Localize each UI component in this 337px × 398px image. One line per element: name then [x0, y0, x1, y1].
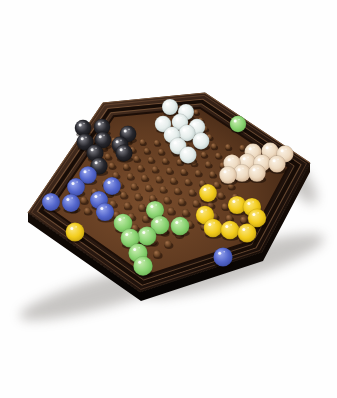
specular-highlight — [95, 161, 98, 164]
specular-highlight-small — [138, 247, 140, 249]
specular-highlight-small — [208, 187, 210, 189]
specular-highlight-small — [247, 227, 249, 229]
board-hole — [153, 250, 160, 257]
specular-highlight — [100, 207, 103, 210]
specular-highlight — [46, 197, 49, 200]
specular-highlight — [118, 218, 121, 221]
board-hole — [166, 167, 172, 173]
specular-highlight — [247, 202, 250, 205]
specular-highlight — [81, 137, 84, 140]
specular-highlight — [232, 200, 235, 203]
specular-highlight — [159, 119, 162, 122]
specular-highlight — [155, 220, 158, 223]
specular-highlight — [200, 210, 203, 213]
specular-highlight-small — [75, 226, 77, 228]
specular-highlight-small — [252, 201, 254, 203]
board-hole — [174, 187, 180, 193]
specular-highlight — [120, 148, 123, 151]
specular-highlight — [243, 157, 246, 160]
board-hole — [181, 169, 187, 175]
specular-highlight-small — [238, 119, 240, 121]
marble-blue — [42, 193, 61, 212]
board-hole — [218, 192, 224, 198]
specular-highlight — [224, 170, 227, 173]
specular-highlight-small — [232, 158, 234, 160]
specular-highlight — [176, 117, 179, 120]
board-hole — [135, 193, 142, 200]
specular-highlight — [116, 140, 119, 143]
specular-highlight-small — [130, 232, 132, 234]
specular-highlight-small — [71, 197, 73, 199]
specular-highlight-small — [186, 107, 188, 109]
marble-yellow — [199, 184, 217, 203]
specular-highlight-small — [205, 209, 207, 211]
marble-peach — [248, 164, 266, 183]
specular-highlight — [228, 158, 231, 161]
specular-highlight — [184, 150, 187, 153]
specular-highlight — [266, 146, 269, 149]
specular-highlight — [273, 159, 276, 162]
board-hole — [80, 197, 87, 204]
board-hole — [222, 203, 229, 210]
specular-highlight-small — [180, 220, 182, 222]
specular-highlight-small — [237, 199, 239, 201]
specular-highlight-small — [143, 260, 145, 262]
marble-blue — [96, 203, 115, 223]
specular-highlight-small — [170, 102, 172, 104]
specular-highlight-small — [257, 167, 259, 169]
specular-highlight-small — [155, 204, 157, 206]
board-hole — [123, 164, 129, 170]
board-hole — [124, 202, 131, 209]
specular-highlight — [175, 221, 178, 224]
board-hole — [84, 207, 91, 214]
specular-highlight-small — [201, 136, 203, 138]
specular-highlight-small — [103, 135, 105, 137]
board-hole — [149, 195, 156, 202]
board-hole — [170, 177, 176, 183]
marble-peach — [268, 155, 286, 174]
board-hole — [189, 189, 195, 195]
board-hole — [195, 170, 201, 176]
specular-highlight-small — [285, 149, 287, 151]
specular-highlight — [166, 103, 169, 106]
specular-highlight-small — [230, 224, 232, 226]
board-hole — [164, 240, 171, 247]
marble-yellow — [221, 221, 240, 241]
board-hole — [145, 184, 151, 190]
specular-highlight — [258, 158, 261, 161]
specular-highlight-small — [51, 196, 53, 198]
specular-highlight-small — [160, 219, 162, 221]
specular-highlight — [98, 122, 101, 125]
board-hole — [226, 215, 233, 222]
product-photo — [0, 0, 337, 398]
board-hole — [215, 153, 221, 159]
specular-highlight — [72, 182, 75, 185]
marble-black — [116, 145, 134, 163]
marble-peach — [219, 166, 237, 185]
specular-highlight-small — [95, 148, 97, 150]
specular-highlight — [193, 122, 196, 125]
board-hole — [182, 209, 189, 216]
board-hole — [154, 140, 160, 146]
specular-highlight — [208, 223, 211, 226]
specular-highlight-small — [123, 217, 125, 219]
board-hole — [148, 157, 154, 163]
board-hole — [105, 153, 111, 159]
specular-highlight — [249, 147, 252, 150]
specular-highlight — [168, 130, 171, 133]
specular-highlight — [142, 231, 145, 234]
specular-highlight — [91, 148, 94, 151]
board-hole — [109, 162, 115, 168]
specular-highlight-small — [270, 146, 272, 148]
specular-highlight-small — [147, 230, 149, 232]
marble-white — [162, 99, 179, 116]
specular-highlight-small — [120, 140, 122, 142]
specular-highlight-small — [102, 122, 104, 124]
specular-highlight — [125, 233, 128, 236]
specular-highlight — [182, 107, 185, 110]
chinese-checkers-board — [0, 0, 337, 398]
specular-highlight-small — [172, 130, 174, 132]
marble-white — [193, 133, 210, 151]
specular-highlight — [84, 170, 87, 173]
specular-highlight-small — [99, 161, 101, 163]
board-hole — [134, 156, 140, 162]
board-hole — [156, 176, 162, 182]
board-hole — [211, 143, 217, 149]
marble-white — [180, 147, 198, 165]
specular-highlight — [108, 181, 111, 184]
specular-highlight — [150, 205, 153, 208]
board-hole — [185, 179, 191, 185]
specular-highlight — [133, 248, 136, 251]
specular-highlight-small — [197, 122, 199, 124]
specular-highlight — [70, 227, 73, 230]
board-hole — [178, 198, 185, 205]
board-hole — [167, 207, 174, 214]
specular-highlight-small — [223, 251, 225, 253]
board-hole — [127, 173, 133, 179]
board-hole — [205, 161, 211, 167]
specular-highlight — [66, 198, 69, 201]
specular-highlight-small — [88, 169, 90, 171]
marble-green — [171, 217, 190, 237]
specular-highlight — [218, 252, 221, 255]
specular-highlight-small — [180, 117, 182, 119]
specular-highlight — [138, 261, 141, 264]
specular-highlight-small — [228, 169, 230, 171]
board-hole — [160, 186, 166, 192]
specular-highlight — [99, 135, 102, 138]
specular-highlight-small — [163, 119, 165, 121]
specular-highlight-small — [242, 167, 244, 169]
board-hole — [131, 183, 137, 189]
specular-highlight — [197, 136, 200, 139]
marble-yellow — [66, 223, 85, 243]
marble-blue — [213, 247, 233, 268]
board-hole — [201, 152, 207, 158]
marble-yellow — [238, 224, 257, 244]
specular-highlight-small — [262, 158, 264, 160]
board-hole — [137, 165, 143, 171]
specular-highlight — [94, 195, 97, 198]
specular-highlight — [234, 119, 237, 122]
specular-highlight — [79, 123, 82, 126]
specular-highlight — [204, 188, 207, 191]
board-hole — [194, 110, 199, 115]
specular-highlight-small — [124, 148, 126, 150]
board-hole — [158, 149, 164, 155]
specular-highlight-small — [83, 123, 85, 125]
specular-highlight-small — [128, 129, 130, 131]
board-hole — [225, 144, 231, 150]
specular-highlight — [281, 149, 284, 152]
specular-highlight-small — [76, 181, 78, 183]
specular-highlight-small — [247, 157, 249, 159]
specular-highlight — [183, 128, 186, 131]
board-hole — [138, 204, 145, 211]
marble-green — [230, 116, 247, 134]
specular-highlight — [242, 228, 245, 231]
specular-highlight — [124, 129, 127, 132]
specular-highlight — [174, 141, 177, 144]
board-hole — [239, 145, 245, 151]
marble-green — [133, 256, 153, 277]
specular-highlight-small — [85, 137, 87, 139]
specular-highlight-small — [105, 206, 107, 208]
specular-highlight-small — [188, 150, 190, 152]
board-hole — [144, 148, 150, 154]
board-hole — [140, 139, 146, 145]
board-hole — [162, 158, 168, 164]
marble-blue — [103, 177, 121, 196]
board-hole — [193, 200, 200, 207]
specular-highlight-small — [187, 128, 189, 130]
specular-highlight — [253, 168, 256, 171]
specular-highlight-small — [99, 194, 101, 196]
specular-highlight-small — [112, 180, 114, 182]
specular-highlight-small — [277, 159, 279, 161]
specular-highlight-small — [213, 222, 215, 224]
board-hole — [240, 216, 247, 223]
marble-yellow — [204, 219, 223, 239]
marble-blue — [62, 194, 81, 214]
board-hole — [209, 171, 215, 177]
specular-highlight-small — [253, 147, 255, 149]
specular-highlight-small — [257, 212, 259, 214]
specular-highlight — [238, 168, 241, 171]
board-hole — [152, 166, 158, 172]
board-hole — [164, 196, 171, 203]
specular-highlight — [225, 225, 228, 228]
specular-highlight — [252, 213, 255, 216]
specular-highlight-small — [178, 141, 180, 143]
board-hole — [113, 172, 119, 178]
board-hole — [141, 174, 147, 180]
